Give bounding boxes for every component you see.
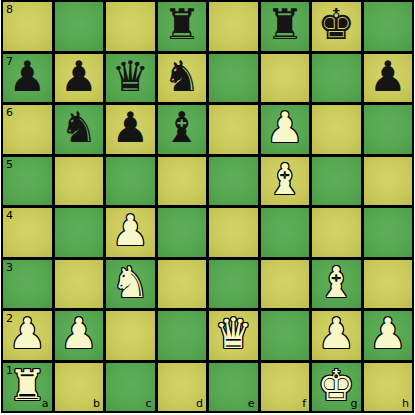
square-a7[interactable]: ♟7	[3, 54, 52, 103]
square-g4[interactable]	[312, 208, 361, 257]
square-c8[interactable]	[106, 2, 155, 51]
black-pawn: ♟	[8, 56, 46, 98]
square-h7[interactable]: ♟	[364, 54, 413, 103]
rank-label-6: 6	[6, 107, 13, 118]
square-g1[interactable]: ♚g	[312, 363, 361, 412]
file-label-g: g	[351, 398, 358, 409]
square-h5[interactable]	[364, 157, 413, 206]
square-e8[interactable]	[209, 2, 258, 51]
square-d2[interactable]	[158, 311, 207, 360]
file-label-e: e	[248, 398, 255, 409]
square-f5[interactable]: ♝	[261, 157, 310, 206]
white-king: ♚	[317, 365, 355, 407]
square-c4[interactable]: ♟	[106, 208, 155, 257]
black-knight: ♞	[60, 107, 98, 149]
square-h1[interactable]: h	[364, 363, 413, 412]
square-b2[interactable]: ♟	[55, 311, 104, 360]
square-a6[interactable]: 6	[3, 105, 52, 154]
square-e6[interactable]	[209, 105, 258, 154]
square-a3[interactable]: 3	[3, 260, 52, 309]
square-d5[interactable]	[158, 157, 207, 206]
square-b3[interactable]	[55, 260, 104, 309]
square-c6[interactable]: ♟	[106, 105, 155, 154]
white-rook: ♜	[8, 365, 46, 407]
white-queen: ♛	[214, 313, 252, 355]
rank-label-5: 5	[6, 159, 13, 170]
square-g2[interactable]: ♟	[312, 311, 361, 360]
square-a2[interactable]: ♟2	[3, 311, 52, 360]
square-d3[interactable]	[158, 260, 207, 309]
black-king: ♚	[317, 4, 355, 46]
square-d7[interactable]: ♞	[158, 54, 207, 103]
square-e3[interactable]	[209, 260, 258, 309]
square-b7[interactable]: ♟	[55, 54, 104, 103]
square-f7[interactable]	[261, 54, 310, 103]
white-bishop: ♝	[266, 159, 304, 201]
file-label-d: d	[196, 398, 203, 409]
black-pawn: ♟	[60, 56, 98, 98]
square-b1[interactable]: b	[55, 363, 104, 412]
white-pawn: ♟	[317, 313, 355, 355]
square-g3[interactable]: ♝	[312, 260, 361, 309]
square-g6[interactable]	[312, 105, 361, 154]
square-f4[interactable]	[261, 208, 310, 257]
black-rook: ♜	[163, 4, 201, 46]
square-e4[interactable]	[209, 208, 258, 257]
square-f2[interactable]	[261, 311, 310, 360]
square-d4[interactable]	[158, 208, 207, 257]
square-c2[interactable]	[106, 311, 155, 360]
square-b5[interactable]	[55, 157, 104, 206]
square-f8[interactable]: ♜	[261, 2, 310, 51]
square-f3[interactable]	[261, 260, 310, 309]
square-h2[interactable]: ♟	[364, 311, 413, 360]
chess-board: 8♜♜♚♟7♟♛♞♟6♞♟♝♟5♝4♟3♞♝♟2♟♛♟♟♜1abcdef♚gh	[1, 0, 414, 413]
black-queen: ♛	[111, 56, 149, 98]
square-e5[interactable]	[209, 157, 258, 206]
square-b8[interactable]	[55, 2, 104, 51]
file-label-a: a	[42, 398, 49, 409]
square-c5[interactable]	[106, 157, 155, 206]
square-a1[interactable]: ♜1a	[3, 363, 52, 412]
square-h3[interactable]	[364, 260, 413, 309]
white-knight: ♞	[111, 262, 149, 304]
square-g8[interactable]: ♚	[312, 2, 361, 51]
white-pawn: ♟	[111, 210, 149, 252]
square-f6[interactable]: ♟	[261, 105, 310, 154]
file-label-h: h	[402, 398, 409, 409]
rank-label-3: 3	[6, 262, 13, 273]
white-bishop: ♝	[317, 262, 355, 304]
rank-label-8: 8	[6, 4, 13, 15]
rank-label-1: 1	[6, 365, 13, 376]
black-knight: ♞	[163, 56, 201, 98]
black-bishop: ♝	[163, 107, 201, 149]
square-h4[interactable]	[364, 208, 413, 257]
white-pawn: ♟	[266, 107, 304, 149]
rank-label-4: 4	[6, 210, 13, 221]
rank-label-7: 7	[6, 56, 13, 67]
square-h6[interactable]	[364, 105, 413, 154]
white-pawn: ♟	[8, 313, 46, 355]
rank-label-2: 2	[6, 313, 13, 324]
square-a4[interactable]: 4	[3, 208, 52, 257]
square-e2[interactable]: ♛	[209, 311, 258, 360]
square-f1[interactable]: f	[261, 363, 310, 412]
square-b6[interactable]: ♞	[55, 105, 104, 154]
file-label-f: f	[302, 398, 306, 409]
black-pawn: ♟	[111, 107, 149, 149]
square-h8[interactable]	[364, 2, 413, 51]
square-d6[interactable]: ♝	[158, 105, 207, 154]
white-pawn: ♟	[369, 313, 407, 355]
square-a8[interactable]: 8	[3, 2, 52, 51]
square-c1[interactable]: c	[106, 363, 155, 412]
file-label-b: b	[93, 398, 100, 409]
square-c3[interactable]: ♞	[106, 260, 155, 309]
square-e7[interactable]	[209, 54, 258, 103]
white-pawn: ♟	[60, 313, 98, 355]
square-d1[interactable]: d	[158, 363, 207, 412]
black-pawn: ♟	[369, 56, 407, 98]
file-label-c: c	[145, 398, 151, 409]
square-g5[interactable]	[312, 157, 361, 206]
square-b4[interactable]	[55, 208, 104, 257]
square-g7[interactable]	[312, 54, 361, 103]
square-d8[interactable]: ♜	[158, 2, 207, 51]
black-rook: ♜	[266, 4, 304, 46]
square-e1[interactable]: e	[209, 363, 258, 412]
square-a5[interactable]: 5	[3, 157, 52, 206]
square-c7[interactable]: ♛	[106, 54, 155, 103]
